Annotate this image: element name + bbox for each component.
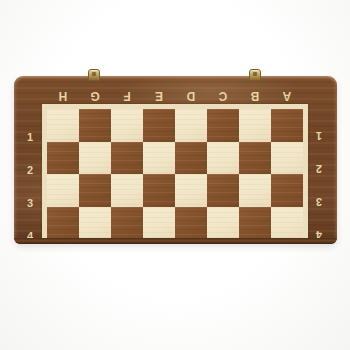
square-d3 [175,174,207,207]
square-h3 [47,174,79,207]
square-h1 [47,109,79,142]
square-b1 [239,109,271,142]
square-a1 [271,109,303,142]
square-g2 [79,142,111,175]
rank-label-right-3: 3 [311,186,327,219]
square-e3 [143,174,175,207]
square-g1 [79,109,111,142]
rank-label-left-3: 3 [22,186,38,219]
rank-label-left-4: 4 [22,219,38,252]
file-label-f: F [111,88,143,104]
square-f1 [111,109,143,142]
square-h4 [47,207,79,240]
rank-labels-left: 1234 [22,120,38,252]
file-label-c: C [207,88,239,104]
square-b3 [239,174,271,207]
square-e1 [143,109,175,142]
square-c4 [207,207,239,240]
file-label-b: B [239,88,271,104]
file-label-a: A [271,88,303,104]
rank-label-left-1: 1 [22,120,38,153]
brass-hinge-right-icon [249,69,261,81]
square-a4 [271,207,303,240]
box-fold-seam [14,238,337,244]
square-g3 [79,174,111,207]
square-e2 [143,142,175,175]
square-f4 [111,207,143,240]
rank-label-right-2: 2 [311,153,327,186]
chessboard-grid [47,109,303,239]
file-label-g: G [79,88,111,104]
square-a2 [271,142,303,175]
square-c1 [207,109,239,142]
rank-labels-right: 1234 [311,120,327,252]
file-label-e: E [143,88,175,104]
file-label-d: D [175,88,207,104]
square-b4 [239,207,271,240]
square-d2 [175,142,207,175]
square-f2 [111,142,143,175]
square-g4 [79,207,111,240]
square-c3 [207,174,239,207]
rank-label-right-1: 1 [311,120,327,153]
square-b2 [239,142,271,175]
folded-chessboard-box: HGFEDCBA 1234 1234 [14,76,337,244]
rank-label-left-2: 2 [22,153,38,186]
square-h2 [47,142,79,175]
square-d1 [175,109,207,142]
playing-field [42,104,308,239]
square-c2 [207,142,239,175]
square-e4 [143,207,175,240]
rank-label-right-4: 4 [311,219,327,252]
photo-background: HGFEDCBA 1234 1234 [0,0,350,350]
square-d4 [175,207,207,240]
file-labels: HGFEDCBA [47,88,303,104]
brass-hinge-left-icon [88,69,100,81]
square-a3 [271,174,303,207]
file-label-h: H [47,88,79,104]
square-f3 [111,174,143,207]
